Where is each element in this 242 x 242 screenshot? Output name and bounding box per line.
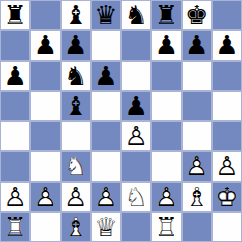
white-queen[interactable]: ♕ — [94, 212, 117, 242]
square-a3[interactable] — [0, 151, 30, 181]
square-d5[interactable] — [91, 91, 121, 121]
chess-board: ♜♝♛♞♜♚♟♟♟♟♟♟♞♟♝♟♟♙♞♘♟♙♟♙♟♙♟♙♟♙♟♙♞♘♟♙♝♗♚♔… — [0, 0, 242, 242]
square-d3[interactable] — [91, 151, 121, 181]
square-c2[interactable]: ♟♙ — [61, 182, 91, 212]
square-b5[interactable] — [30, 91, 60, 121]
square-e1[interactable] — [121, 212, 151, 242]
square-a6[interactable]: ♟ — [0, 61, 30, 91]
black-pawn[interactable]: ♟ — [215, 30, 238, 60]
black-rook[interactable]: ♜ — [3, 0, 26, 30]
square-b8[interactable] — [30, 0, 60, 30]
square-g7[interactable]: ♟ — [182, 30, 212, 60]
square-h2[interactable]: ♚♔ — [212, 182, 242, 212]
square-e6[interactable] — [121, 61, 151, 91]
square-f2[interactable]: ♟♙ — [151, 182, 181, 212]
white-knight[interactable]: ♘ — [124, 182, 147, 212]
square-g6[interactable] — [182, 61, 212, 91]
square-f5[interactable] — [151, 91, 181, 121]
square-f4[interactable] — [151, 121, 181, 151]
square-a4[interactable] — [0, 121, 30, 151]
black-bishop[interactable]: ♝ — [64, 0, 87, 30]
square-g4[interactable] — [182, 121, 212, 151]
black-pawn[interactable]: ♟ — [3, 61, 26, 91]
white-pawn[interactable]: ♙ — [3, 182, 26, 212]
white-king[interactable]: ♔ — [215, 182, 238, 212]
square-h4[interactable] — [212, 121, 242, 151]
square-b4[interactable] — [30, 121, 60, 151]
square-c4[interactable] — [61, 121, 91, 151]
square-d6[interactable]: ♟ — [91, 61, 121, 91]
white-rook[interactable]: ♖ — [3, 212, 26, 242]
square-f6[interactable] — [151, 61, 181, 91]
square-a1[interactable]: ♜♖ — [0, 212, 30, 242]
square-c1[interactable]: ♝♗ — [61, 212, 91, 242]
square-f8[interactable]: ♜ — [151, 0, 181, 30]
square-e7[interactable] — [121, 30, 151, 60]
square-f7[interactable]: ♟ — [151, 30, 181, 60]
square-h5[interactable] — [212, 91, 242, 121]
white-knight[interactable]: ♘ — [64, 151, 87, 181]
square-d8[interactable]: ♛ — [91, 0, 121, 30]
square-g1[interactable] — [182, 212, 212, 242]
square-g5[interactable] — [182, 91, 212, 121]
white-pawn[interactable]: ♙ — [34, 182, 57, 212]
square-a7[interactable] — [0, 30, 30, 60]
white-pawn[interactable]: ♙ — [94, 182, 117, 212]
black-queen[interactable]: ♛ — [94, 0, 117, 30]
square-h7[interactable]: ♟ — [212, 30, 242, 60]
square-f1[interactable]: ♜♖ — [151, 212, 181, 242]
square-c8[interactable]: ♝ — [61, 0, 91, 30]
square-b6[interactable] — [30, 61, 60, 91]
white-pawn[interactable]: ♙ — [155, 182, 178, 212]
square-c6[interactable]: ♞ — [61, 61, 91, 91]
black-pawn[interactable]: ♟ — [185, 30, 208, 60]
square-e8[interactable]: ♞ — [121, 0, 151, 30]
square-g8[interactable]: ♚ — [182, 0, 212, 30]
white-bishop[interactable]: ♗ — [185, 182, 208, 212]
black-bishop[interactable]: ♝ — [64, 91, 87, 121]
black-pawn[interactable]: ♟ — [34, 30, 57, 60]
black-pawn[interactable]: ♟ — [155, 30, 178, 60]
black-knight[interactable]: ♞ — [124, 0, 147, 30]
square-h6[interactable] — [212, 61, 242, 91]
black-pawn[interactable]: ♟ — [94, 61, 117, 91]
black-rook[interactable]: ♜ — [155, 0, 178, 30]
white-bishop[interactable]: ♗ — [64, 212, 87, 242]
black-pawn[interactable]: ♟ — [124, 91, 147, 121]
white-pawn[interactable]: ♙ — [185, 151, 208, 181]
white-pawn[interactable]: ♙ — [64, 182, 87, 212]
square-b3[interactable] — [30, 151, 60, 181]
square-a5[interactable] — [0, 91, 30, 121]
square-e3[interactable] — [121, 151, 151, 181]
square-d1[interactable]: ♛♕ — [91, 212, 121, 242]
square-a8[interactable]: ♜ — [0, 0, 30, 30]
square-b7[interactable]: ♟ — [30, 30, 60, 60]
square-a2[interactable]: ♟♙ — [0, 182, 30, 212]
square-g2[interactable]: ♝♗ — [182, 182, 212, 212]
square-c5[interactable]: ♝ — [61, 91, 91, 121]
square-b2[interactable]: ♟♙ — [30, 182, 60, 212]
square-g3[interactable]: ♟♙ — [182, 151, 212, 181]
square-h8[interactable] — [212, 0, 242, 30]
white-pawn[interactable]: ♙ — [215, 151, 238, 181]
black-king[interactable]: ♚ — [185, 0, 208, 30]
square-b1[interactable] — [30, 212, 60, 242]
white-rook[interactable]: ♖ — [155, 212, 178, 242]
square-c3[interactable]: ♞♘ — [61, 151, 91, 181]
square-d2[interactable]: ♟♙ — [91, 182, 121, 212]
square-e4[interactable]: ♟♙ — [121, 121, 151, 151]
black-knight[interactable]: ♞ — [64, 61, 87, 91]
black-pawn[interactable]: ♟ — [64, 30, 87, 60]
square-c7[interactable]: ♟ — [61, 30, 91, 60]
white-pawn[interactable]: ♙ — [124, 121, 147, 151]
square-e5[interactable]: ♟ — [121, 91, 151, 121]
square-h3[interactable]: ♟♙ — [212, 151, 242, 181]
square-f3[interactable] — [151, 151, 181, 181]
square-d4[interactable] — [91, 121, 121, 151]
square-d7[interactable] — [91, 30, 121, 60]
square-h1[interactable] — [212, 212, 242, 242]
square-e2[interactable]: ♞♘ — [121, 182, 151, 212]
